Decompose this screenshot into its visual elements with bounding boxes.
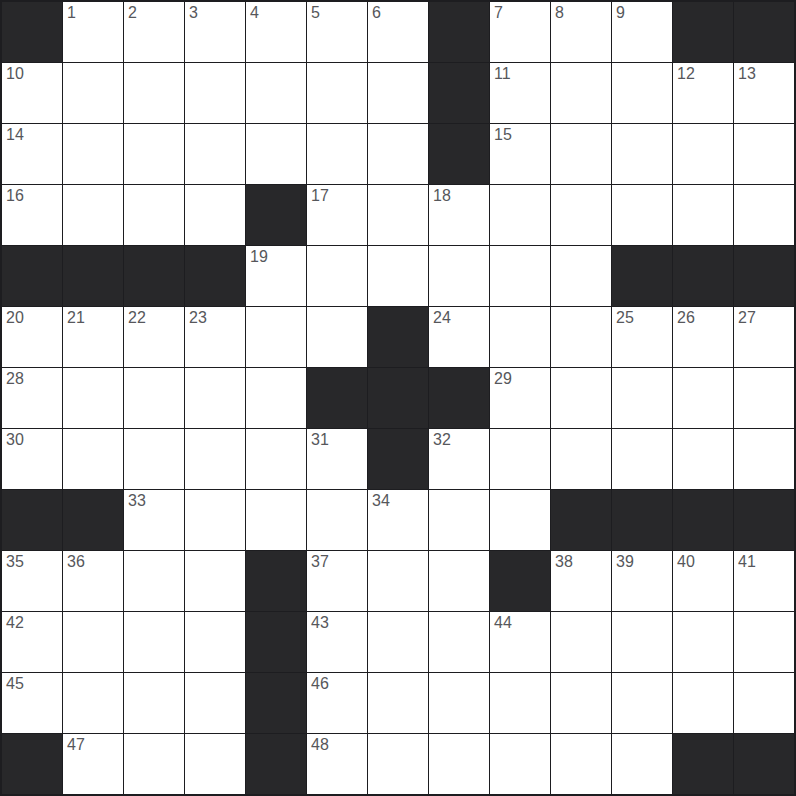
letter-cell-r7c0[interactable]: 30 xyxy=(2,429,62,489)
black-cell-r5c6 xyxy=(368,307,428,367)
letter-cell-r10c11[interactable] xyxy=(673,612,733,672)
letter-cell-r12c2[interactable] xyxy=(124,734,184,794)
letter-cell-r11c10[interactable] xyxy=(612,673,672,733)
clue-number: 24 xyxy=(433,310,451,326)
letter-cell-r10c1[interactable] xyxy=(63,612,123,672)
black-cell-r12c4 xyxy=(246,734,306,794)
clue-number: 6 xyxy=(372,5,381,21)
letter-cell-r0c4[interactable]: 4 xyxy=(246,2,306,62)
letter-cell-r3c5[interactable]: 17 xyxy=(307,185,367,245)
letter-cell-r12c3[interactable] xyxy=(185,734,245,794)
letter-cell-r12c8[interactable] xyxy=(490,734,550,794)
black-cell-r11c4 xyxy=(246,673,306,733)
clue-number: 25 xyxy=(616,310,634,326)
letter-cell-r11c0[interactable]: 45 xyxy=(2,673,62,733)
clue-number: 34 xyxy=(372,493,390,509)
letter-cell-r3c9[interactable] xyxy=(551,185,611,245)
letter-cell-r3c6[interactable] xyxy=(368,185,428,245)
letter-cell-r10c5[interactable]: 43 xyxy=(307,612,367,672)
letter-cell-r5c7[interactable]: 24 xyxy=(429,307,489,367)
black-cell-r6c5 xyxy=(307,368,367,428)
letter-cell-r6c10[interactable] xyxy=(612,368,672,428)
clue-number: 42 xyxy=(6,615,24,631)
clue-number: 39 xyxy=(616,554,634,570)
letter-cell-r3c10[interactable] xyxy=(612,185,672,245)
black-cell-r12c11 xyxy=(673,734,733,794)
clue-number: 20 xyxy=(6,310,24,326)
letter-cell-r11c9[interactable] xyxy=(551,673,611,733)
clue-number: 21 xyxy=(67,310,85,326)
letter-cell-r0c10[interactable]: 9 xyxy=(612,2,672,62)
letter-cell-r6c0[interactable]: 28 xyxy=(2,368,62,428)
clue-number: 48 xyxy=(311,737,329,753)
letter-cell-r8c2[interactable]: 33 xyxy=(124,490,184,550)
letter-cell-r8c8[interactable] xyxy=(490,490,550,550)
clue-number: 18 xyxy=(433,188,451,204)
clue-number: 16 xyxy=(6,188,24,204)
black-cell-r3c4 xyxy=(246,185,306,245)
letter-cell-r7c10[interactable] xyxy=(612,429,672,489)
letter-cell-r0c2[interactable]: 2 xyxy=(124,2,184,62)
letter-cell-r2c8[interactable]: 15 xyxy=(490,124,550,184)
letter-cell-r4c9[interactable] xyxy=(551,246,611,306)
letter-cell-r9c5[interactable]: 37 xyxy=(307,551,367,611)
letter-cell-r11c6[interactable] xyxy=(368,673,428,733)
letter-cell-r3c1[interactable] xyxy=(63,185,123,245)
letter-cell-r3c2[interactable] xyxy=(124,185,184,245)
letter-cell-r11c11[interactable] xyxy=(673,673,733,733)
clue-number: 33 xyxy=(128,493,146,509)
black-cell-r1c7 xyxy=(429,63,489,123)
letter-cell-r12c9[interactable] xyxy=(551,734,611,794)
letter-cell-r7c12[interactable] xyxy=(734,429,794,489)
letter-cell-r1c1[interactable] xyxy=(63,63,123,123)
black-cell-r4c11 xyxy=(673,246,733,306)
clue-number: 30 xyxy=(6,432,24,448)
letter-cell-r5c9[interactable] xyxy=(551,307,611,367)
letter-cell-r7c1[interactable] xyxy=(63,429,123,489)
letter-cell-r4c4[interactable]: 19 xyxy=(246,246,306,306)
letter-cell-r11c7[interactable] xyxy=(429,673,489,733)
letter-cell-r1c11[interactable]: 12 xyxy=(673,63,733,123)
black-cell-r4c12 xyxy=(734,246,794,306)
letter-cell-r9c1[interactable]: 36 xyxy=(63,551,123,611)
black-cell-r9c4 xyxy=(246,551,306,611)
letter-cell-r0c9[interactable]: 8 xyxy=(551,2,611,62)
letter-cell-r2c5[interactable] xyxy=(307,124,367,184)
letter-cell-r2c3[interactable] xyxy=(185,124,245,184)
black-cell-r10c4 xyxy=(246,612,306,672)
letter-cell-r6c11[interactable] xyxy=(673,368,733,428)
letter-cell-r9c0[interactable]: 35 xyxy=(2,551,62,611)
black-cell-r8c10 xyxy=(612,490,672,550)
letter-cell-r3c3[interactable] xyxy=(185,185,245,245)
letter-cell-r11c12[interactable] xyxy=(734,673,794,733)
black-cell-r0c12 xyxy=(734,2,794,62)
letter-cell-r2c6[interactable] xyxy=(368,124,428,184)
clue-number: 17 xyxy=(311,188,329,204)
letter-cell-r11c3[interactable] xyxy=(185,673,245,733)
letter-cell-r1c8[interactable]: 11 xyxy=(490,63,550,123)
letter-cell-r7c9[interactable] xyxy=(551,429,611,489)
letter-cell-r12c10[interactable] xyxy=(612,734,672,794)
black-cell-r2c7 xyxy=(429,124,489,184)
letter-cell-r10c9[interactable] xyxy=(551,612,611,672)
clue-number: 31 xyxy=(311,432,329,448)
letter-cell-r2c0[interactable]: 14 xyxy=(2,124,62,184)
black-cell-r0c11 xyxy=(673,2,733,62)
letter-cell-r9c12[interactable]: 41 xyxy=(734,551,794,611)
black-cell-r7c6 xyxy=(368,429,428,489)
letter-cell-r0c5[interactable]: 5 xyxy=(307,2,367,62)
clue-number: 45 xyxy=(6,676,24,692)
letter-cell-r9c11[interactable]: 40 xyxy=(673,551,733,611)
clue-number: 12 xyxy=(677,66,695,82)
letter-cell-r3c8[interactable] xyxy=(490,185,550,245)
letter-cell-r12c7[interactable] xyxy=(429,734,489,794)
letter-cell-r10c6[interactable] xyxy=(368,612,428,672)
letter-cell-r4c7[interactable] xyxy=(429,246,489,306)
clue-number: 2 xyxy=(128,5,137,21)
letter-cell-r7c4[interactable] xyxy=(246,429,306,489)
black-cell-r4c10 xyxy=(612,246,672,306)
letter-cell-r2c12[interactable] xyxy=(734,124,794,184)
black-cell-r4c1 xyxy=(63,246,123,306)
black-cell-r4c2 xyxy=(124,246,184,306)
clue-number: 7 xyxy=(494,5,503,21)
clue-number: 11 xyxy=(494,66,511,82)
crossword-grid: 1234567891011121314151617181920212223242… xyxy=(0,0,796,796)
letter-cell-r10c10[interactable] xyxy=(612,612,672,672)
letter-cell-r5c3[interactable]: 23 xyxy=(185,307,245,367)
letter-cell-r12c1[interactable]: 47 xyxy=(63,734,123,794)
clue-number: 15 xyxy=(494,127,512,143)
clue-number: 26 xyxy=(677,310,695,326)
black-cell-r0c0 xyxy=(2,2,62,62)
clue-number: 46 xyxy=(311,676,329,692)
letter-cell-r2c4[interactable] xyxy=(246,124,306,184)
letter-cell-r8c5[interactable] xyxy=(307,490,367,550)
letter-cell-r11c8[interactable] xyxy=(490,673,550,733)
letter-cell-r11c1[interactable] xyxy=(63,673,123,733)
letter-cell-r9c6[interactable] xyxy=(368,551,428,611)
clue-number: 8 xyxy=(555,5,564,21)
clue-number: 29 xyxy=(494,371,512,387)
letter-cell-r4c8[interactable] xyxy=(490,246,550,306)
clue-number: 41 xyxy=(738,554,756,570)
letter-cell-r3c12[interactable] xyxy=(734,185,794,245)
letter-cell-r1c10[interactable] xyxy=(612,63,672,123)
letter-cell-r0c6[interactable]: 6 xyxy=(368,2,428,62)
letter-cell-r7c5[interactable]: 31 xyxy=(307,429,367,489)
black-cell-r4c0 xyxy=(2,246,62,306)
letter-cell-r5c12[interactable]: 27 xyxy=(734,307,794,367)
letter-cell-r8c7[interactable] xyxy=(429,490,489,550)
letter-cell-r9c10[interactable]: 39 xyxy=(612,551,672,611)
letter-cell-r5c1[interactable]: 21 xyxy=(63,307,123,367)
letter-cell-r5c2[interactable]: 22 xyxy=(124,307,184,367)
letter-cell-r6c3[interactable] xyxy=(185,368,245,428)
clue-number: 14 xyxy=(6,127,24,143)
letter-cell-r5c11[interactable]: 26 xyxy=(673,307,733,367)
black-cell-r12c0 xyxy=(2,734,62,794)
letter-cell-r1c5[interactable] xyxy=(307,63,367,123)
clue-number: 13 xyxy=(738,66,756,82)
clue-number: 37 xyxy=(311,554,329,570)
letter-cell-r0c3[interactable]: 3 xyxy=(185,2,245,62)
letter-cell-r10c8[interactable]: 44 xyxy=(490,612,550,672)
letter-cell-r3c7[interactable]: 18 xyxy=(429,185,489,245)
letter-cell-r9c3[interactable] xyxy=(185,551,245,611)
black-cell-r4c3 xyxy=(185,246,245,306)
black-cell-r12c12 xyxy=(734,734,794,794)
clue-number: 27 xyxy=(738,310,756,326)
letter-cell-r9c9[interactable]: 38 xyxy=(551,551,611,611)
letter-cell-r11c2[interactable] xyxy=(124,673,184,733)
black-cell-r8c12 xyxy=(734,490,794,550)
clue-number: 19 xyxy=(250,249,268,265)
letter-cell-r6c8[interactable]: 29 xyxy=(490,368,550,428)
letter-cell-r7c11[interactable] xyxy=(673,429,733,489)
black-cell-r6c7 xyxy=(429,368,489,428)
clue-number: 22 xyxy=(128,310,146,326)
letter-cell-r2c9[interactable] xyxy=(551,124,611,184)
clue-number: 23 xyxy=(189,310,207,326)
letter-cell-r6c12[interactable] xyxy=(734,368,794,428)
letter-cell-r6c9[interactable] xyxy=(551,368,611,428)
clue-number: 28 xyxy=(6,371,24,387)
clue-number: 43 xyxy=(311,615,329,631)
clue-number: 44 xyxy=(494,615,512,631)
clue-number: 10 xyxy=(6,66,24,82)
black-cell-r8c1 xyxy=(63,490,123,550)
letter-cell-r6c4[interactable] xyxy=(246,368,306,428)
letter-cell-r5c10[interactable]: 25 xyxy=(612,307,672,367)
letter-cell-r1c4[interactable] xyxy=(246,63,306,123)
letter-cell-r6c2[interactable] xyxy=(124,368,184,428)
clue-number: 1 xyxy=(67,5,76,21)
clue-number: 35 xyxy=(6,554,24,570)
clue-number: 9 xyxy=(616,5,625,21)
letter-cell-r7c8[interactable] xyxy=(490,429,550,489)
clue-number: 3 xyxy=(189,5,198,21)
letter-cell-r2c11[interactable] xyxy=(673,124,733,184)
letter-cell-r3c11[interactable] xyxy=(673,185,733,245)
letter-cell-r10c2[interactable] xyxy=(124,612,184,672)
letter-cell-r8c4[interactable] xyxy=(246,490,306,550)
letter-cell-r0c1[interactable]: 1 xyxy=(63,2,123,62)
letter-cell-r11c5[interactable]: 46 xyxy=(307,673,367,733)
letter-cell-r1c0[interactable]: 10 xyxy=(2,63,62,123)
letter-cell-r1c12[interactable]: 13 xyxy=(734,63,794,123)
letter-cell-r2c2[interactable] xyxy=(124,124,184,184)
letter-cell-r1c2[interactable] xyxy=(124,63,184,123)
black-cell-r8c9 xyxy=(551,490,611,550)
clue-number: 40 xyxy=(677,554,695,570)
letter-cell-r1c3[interactable] xyxy=(185,63,245,123)
letter-cell-r5c0[interactable]: 20 xyxy=(2,307,62,367)
black-cell-r0c7 xyxy=(429,2,489,62)
letter-cell-r7c2[interactable] xyxy=(124,429,184,489)
letter-cell-r12c6[interactable] xyxy=(368,734,428,794)
letter-cell-r1c6[interactable] xyxy=(368,63,428,123)
letter-cell-r12c5[interactable]: 48 xyxy=(307,734,367,794)
clue-number: 38 xyxy=(555,554,573,570)
letter-cell-r8c6[interactable]: 34 xyxy=(368,490,428,550)
clue-number: 36 xyxy=(67,554,85,570)
clue-number: 32 xyxy=(433,432,451,448)
letter-cell-r5c8[interactable] xyxy=(490,307,550,367)
letter-cell-r3c0[interactable]: 16 xyxy=(2,185,62,245)
letter-cell-r6c1[interactable] xyxy=(63,368,123,428)
clue-number: 4 xyxy=(250,5,259,21)
black-cell-r8c0 xyxy=(2,490,62,550)
clue-number: 47 xyxy=(67,737,85,753)
letter-cell-r0c8[interactable]: 7 xyxy=(490,2,550,62)
letter-cell-r2c10[interactable] xyxy=(612,124,672,184)
letter-cell-r5c4[interactable] xyxy=(246,307,306,367)
letter-cell-r7c7[interactable]: 32 xyxy=(429,429,489,489)
letter-cell-r5c5[interactable] xyxy=(307,307,367,367)
letter-cell-r10c3[interactable] xyxy=(185,612,245,672)
letter-cell-r4c5[interactable] xyxy=(307,246,367,306)
clue-number: 5 xyxy=(311,5,320,21)
black-cell-r6c6 xyxy=(368,368,428,428)
letter-cell-r9c2[interactable] xyxy=(124,551,184,611)
letter-cell-r4c6[interactable] xyxy=(368,246,428,306)
black-cell-r9c8 xyxy=(490,551,550,611)
letter-cell-r10c7[interactable] xyxy=(429,612,489,672)
letter-cell-r10c0[interactable]: 42 xyxy=(2,612,62,672)
letter-cell-r7c3[interactable] xyxy=(185,429,245,489)
letter-cell-r1c9[interactable] xyxy=(551,63,611,123)
letter-cell-r9c7[interactable] xyxy=(429,551,489,611)
letter-cell-r2c1[interactable] xyxy=(63,124,123,184)
black-cell-r8c11 xyxy=(673,490,733,550)
letter-cell-r10c12[interactable] xyxy=(734,612,794,672)
letter-cell-r8c3[interactable] xyxy=(185,490,245,550)
